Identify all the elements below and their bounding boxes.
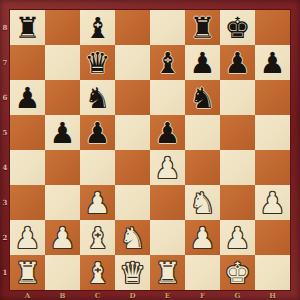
square-h1[interactable] <box>255 255 290 290</box>
square-f3[interactable]: ♞ <box>185 185 220 220</box>
square-b1[interactable] <box>45 255 80 290</box>
square-d3[interactable] <box>115 185 150 220</box>
square-h6[interactable] <box>255 80 290 115</box>
square-a4[interactable] <box>10 150 45 185</box>
square-f1[interactable] <box>185 255 220 290</box>
square-b2[interactable]: ♟ <box>45 220 80 255</box>
square-c6[interactable]: ♞ <box>80 80 115 115</box>
square-a8[interactable]: ♜ <box>10 10 45 45</box>
file-label-e: E <box>150 290 185 300</box>
piece-white-knight[interactable]: ♞ <box>115 220 150 255</box>
rank-label-1: 1 <box>0 255 10 290</box>
piece-black-pawn[interactable]: ♟ <box>45 115 80 150</box>
file-labels: ABCDEFGH <box>10 290 290 300</box>
rank-label-8: 8 <box>0 10 10 45</box>
square-h2[interactable] <box>255 220 290 255</box>
square-g1[interactable]: ♚ <box>220 255 255 290</box>
square-g8[interactable]: ♚ <box>220 10 255 45</box>
square-a1[interactable]: ♜ <box>10 255 45 290</box>
square-d4[interactable] <box>115 150 150 185</box>
square-b8[interactable] <box>45 10 80 45</box>
rank-label-7: 7 <box>0 45 10 80</box>
piece-black-rook[interactable]: ♜ <box>10 10 45 45</box>
square-a2[interactable]: ♟ <box>10 220 45 255</box>
square-e3[interactable] <box>150 185 185 220</box>
piece-black-bishop[interactable]: ♝ <box>150 45 185 80</box>
rank-label-2: 2 <box>0 220 10 255</box>
square-f2[interactable]: ♟ <box>185 220 220 255</box>
square-f5[interactable] <box>185 115 220 150</box>
piece-black-pawn[interactable]: ♟ <box>255 45 290 80</box>
square-g2[interactable]: ♟ <box>220 220 255 255</box>
square-g7[interactable]: ♟ <box>220 45 255 80</box>
piece-black-pawn[interactable]: ♟ <box>10 80 45 115</box>
square-a3[interactable] <box>10 185 45 220</box>
piece-black-pawn[interactable]: ♟ <box>220 45 255 80</box>
piece-white-queen[interactable]: ♛ <box>115 255 150 290</box>
file-label-c: C <box>80 290 115 300</box>
square-e5[interactable]: ♟ <box>150 115 185 150</box>
chess-board[interactable]: ♜♝♜♚♛♝♟♟♟♟♞♞♟♟♟♟♟♞♟♟♟♝♞♟♟♜♝♛♜♚ <box>10 10 290 290</box>
square-f8[interactable]: ♜ <box>185 10 220 45</box>
rank-label-4: 4 <box>0 150 10 185</box>
rank-label-5: 5 <box>0 115 10 150</box>
piece-black-queen[interactable]: ♛ <box>80 45 115 80</box>
square-c7[interactable]: ♛ <box>80 45 115 80</box>
file-label-d: D <box>115 290 150 300</box>
piece-white-pawn[interactable]: ♟ <box>80 185 115 220</box>
square-e4[interactable]: ♟ <box>150 150 185 185</box>
square-c2[interactable]: ♝ <box>80 220 115 255</box>
square-h5[interactable] <box>255 115 290 150</box>
square-g6[interactable] <box>220 80 255 115</box>
square-a6[interactable]: ♟ <box>10 80 45 115</box>
square-d8[interactable] <box>115 10 150 45</box>
piece-black-pawn[interactable]: ♟ <box>150 115 185 150</box>
piece-black-king[interactable]: ♚ <box>220 10 255 45</box>
piece-white-pawn[interactable]: ♟ <box>220 220 255 255</box>
piece-white-pawn[interactable]: ♟ <box>185 220 220 255</box>
piece-white-pawn[interactable]: ♟ <box>10 220 45 255</box>
square-h7[interactable]: ♟ <box>255 45 290 80</box>
square-e8[interactable] <box>150 10 185 45</box>
square-g5[interactable] <box>220 115 255 150</box>
piece-white-rook[interactable]: ♜ <box>10 255 45 290</box>
square-d2[interactable]: ♞ <box>115 220 150 255</box>
square-a7[interactable] <box>10 45 45 80</box>
piece-white-pawn[interactable]: ♟ <box>255 185 290 220</box>
rank-label-3: 3 <box>0 185 10 220</box>
file-label-b: B <box>45 290 80 300</box>
square-e6[interactable] <box>150 80 185 115</box>
piece-white-king[interactable]: ♚ <box>220 255 255 290</box>
square-d1[interactable]: ♛ <box>115 255 150 290</box>
rank-labels: 87654321 <box>0 10 10 290</box>
piece-black-knight[interactable]: ♞ <box>80 80 115 115</box>
piece-white-pawn[interactable]: ♟ <box>150 150 185 185</box>
chess-board-frame: 87654321 ABCDEFGH ♜♝♜♚♛♝♟♟♟♟♞♞♟♟♟♟♟♞♟♟♟♝… <box>0 0 300 300</box>
rank-label-6: 6 <box>0 80 10 115</box>
piece-black-rook[interactable]: ♜ <box>185 10 220 45</box>
piece-white-bishop[interactable]: ♝ <box>80 220 115 255</box>
square-c3[interactable]: ♟ <box>80 185 115 220</box>
square-f6[interactable]: ♞ <box>185 80 220 115</box>
piece-white-rook[interactable]: ♜ <box>150 255 185 290</box>
square-e2[interactable] <box>150 220 185 255</box>
square-e1[interactable]: ♜ <box>150 255 185 290</box>
square-h8[interactable] <box>255 10 290 45</box>
piece-black-pawn[interactable]: ♟ <box>80 115 115 150</box>
square-c8[interactable]: ♝ <box>80 10 115 45</box>
square-f7[interactable]: ♟ <box>185 45 220 80</box>
square-d5[interactable] <box>115 115 150 150</box>
square-c4[interactable] <box>80 150 115 185</box>
square-c1[interactable]: ♝ <box>80 255 115 290</box>
piece-black-pawn[interactable]: ♟ <box>185 45 220 80</box>
file-label-a: A <box>10 290 45 300</box>
square-g3[interactable] <box>220 185 255 220</box>
file-label-h: H <box>255 290 290 300</box>
piece-white-knight[interactable]: ♞ <box>185 185 220 220</box>
piece-black-bishop[interactable]: ♝ <box>80 10 115 45</box>
square-b4[interactable] <box>45 150 80 185</box>
square-h4[interactable] <box>255 150 290 185</box>
file-label-f: F <box>185 290 220 300</box>
square-b3[interactable] <box>45 185 80 220</box>
file-label-g: G <box>220 290 255 300</box>
square-f4[interactable] <box>185 150 220 185</box>
square-d7[interactable] <box>115 45 150 80</box>
square-b7[interactable] <box>45 45 80 80</box>
square-b5[interactable]: ♟ <box>45 115 80 150</box>
square-h3[interactable]: ♟ <box>255 185 290 220</box>
piece-black-knight[interactable]: ♞ <box>185 80 220 115</box>
square-b6[interactable] <box>45 80 80 115</box>
piece-white-bishop[interactable]: ♝ <box>80 255 115 290</box>
square-d6[interactable] <box>115 80 150 115</box>
square-g4[interactable] <box>220 150 255 185</box>
square-c5[interactable]: ♟ <box>80 115 115 150</box>
square-e7[interactable]: ♝ <box>150 45 185 80</box>
piece-white-pawn[interactable]: ♟ <box>45 220 80 255</box>
square-a5[interactable] <box>10 115 45 150</box>
